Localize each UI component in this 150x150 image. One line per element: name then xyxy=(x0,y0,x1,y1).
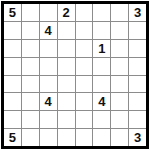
cell-r8c5[interactable] xyxy=(76,129,93,146)
cell-r6c7[interactable] xyxy=(111,93,128,110)
cell-r8c2[interactable] xyxy=(22,129,39,146)
cell-r1c5[interactable] xyxy=(76,4,93,21)
cell-r4c7[interactable] xyxy=(111,58,128,75)
cell-r1c7[interactable] xyxy=(111,4,128,21)
puzzle-stage: 523414453 xyxy=(0,0,150,150)
cell-r5c8[interactable] xyxy=(129,76,146,93)
clue-cell-r6c3: 4 xyxy=(40,93,57,110)
cell-r4c3[interactable] xyxy=(40,58,57,75)
puzzle-board: 523414453 xyxy=(1,1,149,149)
cell-r7c1[interactable] xyxy=(4,111,21,128)
cell-r6c5[interactable] xyxy=(76,93,93,110)
cell-r8c7[interactable] xyxy=(111,129,128,146)
cell-r1c2[interactable] xyxy=(22,4,39,21)
cell-r5c6[interactable] xyxy=(93,76,110,93)
cell-r4c8[interactable] xyxy=(129,58,146,75)
clue-cell-r2c3: 4 xyxy=(40,22,57,39)
cell-r4c4[interactable] xyxy=(58,58,75,75)
cell-r7c8[interactable] xyxy=(129,111,146,128)
cell-r4c2[interactable] xyxy=(22,58,39,75)
cell-r2c8[interactable] xyxy=(129,22,146,39)
cell-r5c1[interactable] xyxy=(4,76,21,93)
clue-cell-r1c8: 3 xyxy=(129,4,146,21)
cell-r5c4[interactable] xyxy=(58,76,75,93)
cell-r6c1[interactable] xyxy=(4,93,21,110)
cell-r6c4[interactable] xyxy=(58,93,75,110)
cell-r3c8[interactable] xyxy=(129,40,146,57)
cell-r3c1[interactable] xyxy=(4,40,21,57)
clue-cell-r1c1: 5 xyxy=(4,4,21,21)
clue-cell-r3c6: 1 xyxy=(93,40,110,57)
cell-r8c6[interactable] xyxy=(93,129,110,146)
cell-r4c5[interactable] xyxy=(76,58,93,75)
cell-r3c3[interactable] xyxy=(40,40,57,57)
cell-r2c4[interactable] xyxy=(58,22,75,39)
cell-r7c6[interactable] xyxy=(93,111,110,128)
cell-r7c4[interactable] xyxy=(58,111,75,128)
cell-r6c8[interactable] xyxy=(129,93,146,110)
cell-r7c7[interactable] xyxy=(111,111,128,128)
cell-r7c3[interactable] xyxy=(40,111,57,128)
cell-r3c4[interactable] xyxy=(58,40,75,57)
cell-r6c2[interactable] xyxy=(22,93,39,110)
cell-r4c1[interactable] xyxy=(4,58,21,75)
clue-cell-r1c4: 2 xyxy=(58,4,75,21)
clue-cell-r8c1: 5 xyxy=(4,129,21,146)
cell-r3c2[interactable] xyxy=(22,40,39,57)
clue-cell-r6c6: 4 xyxy=(93,93,110,110)
clue-cell-r8c8: 3 xyxy=(129,129,146,146)
cell-r2c1[interactable] xyxy=(4,22,21,39)
cell-r5c2[interactable] xyxy=(22,76,39,93)
cell-r3c7[interactable] xyxy=(111,40,128,57)
cell-r2c2[interactable] xyxy=(22,22,39,39)
cell-r4c6[interactable] xyxy=(93,58,110,75)
cell-r2c5[interactable] xyxy=(76,22,93,39)
cell-r2c7[interactable] xyxy=(111,22,128,39)
cell-r5c5[interactable] xyxy=(76,76,93,93)
cell-r8c4[interactable] xyxy=(58,129,75,146)
cell-r2c6[interactable] xyxy=(93,22,110,39)
cell-r5c7[interactable] xyxy=(111,76,128,93)
cell-r3c5[interactable] xyxy=(76,40,93,57)
cell-r7c2[interactable] xyxy=(22,111,39,128)
cell-r5c3[interactable] xyxy=(40,76,57,93)
cell-r8c3[interactable] xyxy=(40,129,57,146)
cell-r1c3[interactable] xyxy=(40,4,57,21)
cell-r7c5[interactable] xyxy=(76,111,93,128)
cell-r1c6[interactable] xyxy=(93,4,110,21)
